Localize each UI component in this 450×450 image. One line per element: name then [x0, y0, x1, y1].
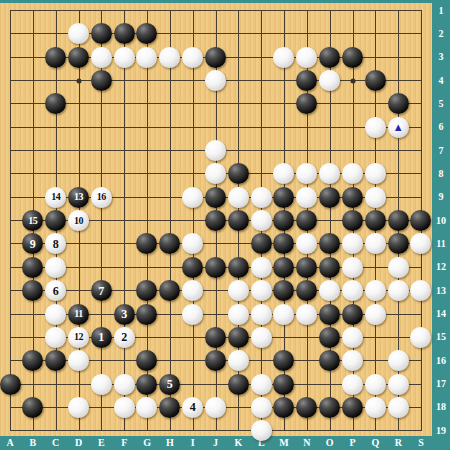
intersection-G18[interactable] [136, 396, 159, 419]
intersection-L1[interactable] [250, 0, 273, 22]
intersection-B2[interactable] [21, 22, 44, 45]
intersection-B18[interactable] [21, 396, 44, 419]
intersection-A1[interactable] [0, 0, 21, 22]
intersection-G5[interactable] [136, 92, 159, 115]
intersection-F9[interactable] [113, 186, 136, 209]
intersection-G6[interactable] [136, 116, 159, 139]
intersection-S18[interactable] [410, 396, 433, 419]
intersection-O13[interactable] [318, 279, 341, 302]
intersection-Q3[interactable] [364, 46, 387, 69]
intersection-I14[interactable] [181, 302, 204, 325]
intersection-I16[interactable] [181, 349, 204, 372]
intersection-O15[interactable] [318, 326, 341, 349]
intersection-K16[interactable] [227, 349, 250, 372]
intersection-P1[interactable] [341, 0, 364, 22]
intersection-E6[interactable] [90, 116, 113, 139]
intersection-E2[interactable] [90, 22, 113, 45]
intersection-E14[interactable] [90, 302, 113, 325]
intersection-N8[interactable] [295, 162, 318, 185]
intersection-R3[interactable] [387, 46, 410, 69]
intersection-L18[interactable] [250, 396, 273, 419]
intersection-B14[interactable] [21, 302, 44, 325]
intersection-N9[interactable] [295, 186, 318, 209]
intersection-F13[interactable] [113, 279, 136, 302]
intersection-S4[interactable] [410, 69, 433, 92]
intersection-C14[interactable] [44, 302, 67, 325]
intersection-L11[interactable] [250, 232, 273, 255]
intersection-E11[interactable] [90, 232, 113, 255]
intersection-E17[interactable] [90, 372, 113, 395]
intersection-E16[interactable] [90, 349, 113, 372]
intersection-N14[interactable] [295, 302, 318, 325]
intersection-F11[interactable] [113, 232, 136, 255]
intersection-Q12[interactable] [364, 256, 387, 279]
intersection-F17[interactable] [113, 372, 136, 395]
intersection-A8[interactable] [0, 162, 21, 185]
intersection-E10[interactable] [90, 209, 113, 232]
intersection-D4[interactable] [67, 69, 90, 92]
intersection-H17[interactable]: 5 [158, 372, 181, 395]
intersection-D9[interactable]: 13 [67, 186, 90, 209]
intersection-O3[interactable] [318, 46, 341, 69]
intersection-J5[interactable] [204, 92, 227, 115]
intersection-K14[interactable] [227, 302, 250, 325]
intersection-K10[interactable] [227, 209, 250, 232]
intersection-N10[interactable] [295, 209, 318, 232]
intersection-R2[interactable] [387, 22, 410, 45]
intersection-S1[interactable] [410, 0, 433, 22]
intersection-O10[interactable] [318, 209, 341, 232]
intersection-A16[interactable] [0, 349, 21, 372]
intersection-Q1[interactable] [364, 0, 387, 22]
intersection-E7[interactable] [90, 139, 113, 162]
intersection-O5[interactable] [318, 92, 341, 115]
intersection-S7[interactable] [410, 139, 433, 162]
intersection-L6[interactable] [250, 116, 273, 139]
intersection-R10[interactable] [387, 209, 410, 232]
intersection-B15[interactable] [21, 326, 44, 349]
intersection-H13[interactable] [158, 279, 181, 302]
intersection-F14[interactable]: 3 [113, 302, 136, 325]
intersection-Q15[interactable] [364, 326, 387, 349]
intersection-D15[interactable]: 12 [67, 326, 90, 349]
intersection-G10[interactable] [136, 209, 159, 232]
intersection-G11[interactable] [136, 232, 159, 255]
intersection-O12[interactable] [318, 256, 341, 279]
intersection-M1[interactable] [273, 0, 296, 22]
intersection-M11[interactable] [273, 232, 296, 255]
intersection-G17[interactable] [136, 372, 159, 395]
intersection-Q11[interactable] [364, 232, 387, 255]
intersection-P18[interactable] [341, 396, 364, 419]
intersection-S15[interactable] [410, 326, 433, 349]
intersection-D7[interactable] [67, 139, 90, 162]
intersection-L5[interactable] [250, 92, 273, 115]
intersection-F7[interactable] [113, 139, 136, 162]
intersection-M18[interactable] [273, 396, 296, 419]
intersection-K5[interactable] [227, 92, 250, 115]
intersection-Q10[interactable] [364, 209, 387, 232]
intersection-P5[interactable] [341, 92, 364, 115]
intersection-J1[interactable] [204, 0, 227, 22]
intersection-S12[interactable] [410, 256, 433, 279]
intersection-P13[interactable] [341, 279, 364, 302]
intersection-J18[interactable] [204, 396, 227, 419]
intersection-P14[interactable] [341, 302, 364, 325]
intersection-I2[interactable] [181, 22, 204, 45]
intersection-K4[interactable] [227, 69, 250, 92]
intersection-L10[interactable] [250, 209, 273, 232]
intersection-N2[interactable] [295, 22, 318, 45]
intersection-B6[interactable] [21, 116, 44, 139]
intersection-L12[interactable] [250, 256, 273, 279]
intersection-E12[interactable] [90, 256, 113, 279]
intersection-M9[interactable] [273, 186, 296, 209]
intersection-L13[interactable] [250, 279, 273, 302]
intersection-I3[interactable] [181, 46, 204, 69]
intersection-S6[interactable] [410, 116, 433, 139]
intersection-C11[interactable]: 8 [44, 232, 67, 255]
intersection-A7[interactable] [0, 139, 21, 162]
intersection-N5[interactable] [295, 92, 318, 115]
intersection-P9[interactable] [341, 186, 364, 209]
intersection-C17[interactable] [44, 372, 67, 395]
intersection-M3[interactable] [273, 46, 296, 69]
intersection-Q17[interactable] [364, 372, 387, 395]
intersection-G13[interactable] [136, 279, 159, 302]
intersection-P10[interactable] [341, 209, 364, 232]
intersection-M5[interactable] [273, 92, 296, 115]
intersection-P6[interactable] [341, 116, 364, 139]
intersection-H1[interactable] [158, 0, 181, 22]
intersection-F1[interactable] [113, 0, 136, 22]
intersection-A13[interactable] [0, 279, 21, 302]
intersection-L7[interactable] [250, 139, 273, 162]
intersection-N1[interactable] [295, 0, 318, 22]
intersection-D12[interactable] [67, 256, 90, 279]
intersection-J11[interactable] [204, 232, 227, 255]
intersection-B7[interactable] [21, 139, 44, 162]
intersection-J14[interactable] [204, 302, 227, 325]
intersection-E13[interactable]: 7 [90, 279, 113, 302]
intersection-Q5[interactable] [364, 92, 387, 115]
intersection-B3[interactable] [21, 46, 44, 69]
intersection-E15[interactable]: 1 [90, 326, 113, 349]
intersection-S13[interactable] [410, 279, 433, 302]
intersection-E4[interactable] [90, 69, 113, 92]
intersection-H3[interactable] [158, 46, 181, 69]
intersection-O2[interactable] [318, 22, 341, 45]
intersection-J3[interactable] [204, 46, 227, 69]
intersection-I7[interactable] [181, 139, 204, 162]
intersection-E9[interactable]: 16 [90, 186, 113, 209]
intersection-L3[interactable] [250, 46, 273, 69]
intersection-P7[interactable] [341, 139, 364, 162]
intersection-Q8[interactable] [364, 162, 387, 185]
intersection-N11[interactable] [295, 232, 318, 255]
intersection-P8[interactable] [341, 162, 364, 185]
intersection-O17[interactable] [318, 372, 341, 395]
intersection-S9[interactable] [410, 186, 433, 209]
intersection-M8[interactable] [273, 162, 296, 185]
intersection-S17[interactable] [410, 372, 433, 395]
intersection-S16[interactable] [410, 349, 433, 372]
intersection-I12[interactable] [181, 256, 204, 279]
intersection-C10[interactable] [44, 209, 67, 232]
intersection-S5[interactable] [410, 92, 433, 115]
intersection-G9[interactable] [136, 186, 159, 209]
intersection-J10[interactable] [204, 209, 227, 232]
intersection-F5[interactable] [113, 92, 136, 115]
intersection-G12[interactable] [136, 256, 159, 279]
intersection-M13[interactable] [273, 279, 296, 302]
intersection-D14[interactable]: 11 [67, 302, 90, 325]
intersection-M2[interactable] [273, 22, 296, 45]
intersection-R13[interactable] [387, 279, 410, 302]
intersection-N16[interactable] [295, 349, 318, 372]
intersection-E1[interactable] [90, 0, 113, 22]
intersection-G2[interactable] [136, 22, 159, 45]
intersection-R15[interactable] [387, 326, 410, 349]
intersection-H4[interactable] [158, 69, 181, 92]
intersection-I9[interactable] [181, 186, 204, 209]
intersection-D2[interactable] [67, 22, 90, 45]
intersection-R6[interactable]: ▲ [387, 116, 410, 139]
intersection-P2[interactable] [341, 22, 364, 45]
intersection-G16[interactable] [136, 349, 159, 372]
intersection-R9[interactable] [387, 186, 410, 209]
intersection-J2[interactable] [204, 22, 227, 45]
intersection-C4[interactable] [44, 69, 67, 92]
intersection-Q2[interactable] [364, 22, 387, 45]
intersection-C1[interactable] [44, 0, 67, 22]
intersection-B5[interactable] [21, 92, 44, 115]
intersection-Q7[interactable] [364, 139, 387, 162]
intersection-I5[interactable] [181, 92, 204, 115]
intersection-M12[interactable] [273, 256, 296, 279]
intersection-R17[interactable] [387, 372, 410, 395]
intersection-A6[interactable] [0, 116, 21, 139]
intersection-G14[interactable] [136, 302, 159, 325]
intersection-I13[interactable] [181, 279, 204, 302]
intersection-B9[interactable] [21, 186, 44, 209]
intersection-B13[interactable] [21, 279, 44, 302]
intersection-Q13[interactable] [364, 279, 387, 302]
intersection-A3[interactable] [0, 46, 21, 69]
intersection-M16[interactable] [273, 349, 296, 372]
intersection-C16[interactable] [44, 349, 67, 372]
intersection-R16[interactable] [387, 349, 410, 372]
intersection-R12[interactable] [387, 256, 410, 279]
intersection-I6[interactable] [181, 116, 204, 139]
intersection-R4[interactable] [387, 69, 410, 92]
intersection-L2[interactable] [250, 22, 273, 45]
intersection-O4[interactable] [318, 69, 341, 92]
intersection-J16[interactable] [204, 349, 227, 372]
intersection-A17[interactable] [0, 372, 21, 395]
intersection-Q4[interactable] [364, 69, 387, 92]
intersection-C13[interactable]: 6 [44, 279, 67, 302]
intersection-F6[interactable] [113, 116, 136, 139]
intersection-D5[interactable] [67, 92, 90, 115]
intersection-S3[interactable] [410, 46, 433, 69]
intersection-D13[interactable] [67, 279, 90, 302]
intersection-S11[interactable] [410, 232, 433, 255]
intersection-C18[interactable] [44, 396, 67, 419]
intersection-J12[interactable] [204, 256, 227, 279]
intersection-O18[interactable] [318, 396, 341, 419]
intersection-H18[interactable] [158, 396, 181, 419]
intersection-L9[interactable] [250, 186, 273, 209]
intersection-H8[interactable] [158, 162, 181, 185]
intersection-C8[interactable] [44, 162, 67, 185]
intersection-N13[interactable] [295, 279, 318, 302]
intersection-Q6[interactable] [364, 116, 387, 139]
intersection-K6[interactable] [227, 116, 250, 139]
intersection-P16[interactable] [341, 349, 364, 372]
intersection-S10[interactable] [410, 209, 433, 232]
intersection-I11[interactable] [181, 232, 204, 255]
intersection-M6[interactable] [273, 116, 296, 139]
intersection-K9[interactable] [227, 186, 250, 209]
intersection-Q9[interactable] [364, 186, 387, 209]
intersection-I8[interactable] [181, 162, 204, 185]
intersection-A12[interactable] [0, 256, 21, 279]
intersection-K17[interactable] [227, 372, 250, 395]
intersection-F10[interactable] [113, 209, 136, 232]
intersection-O16[interactable] [318, 349, 341, 372]
intersection-C6[interactable] [44, 116, 67, 139]
intersection-Q16[interactable] [364, 349, 387, 372]
intersection-K2[interactable] [227, 22, 250, 45]
intersection-R7[interactable] [387, 139, 410, 162]
intersection-R14[interactable] [387, 302, 410, 325]
intersection-J8[interactable] [204, 162, 227, 185]
intersection-G7[interactable] [136, 139, 159, 162]
intersection-O14[interactable] [318, 302, 341, 325]
intersection-D6[interactable] [67, 116, 90, 139]
intersection-P11[interactable] [341, 232, 364, 255]
intersection-A15[interactable] [0, 326, 21, 349]
intersection-H9[interactable] [158, 186, 181, 209]
intersection-P15[interactable] [341, 326, 364, 349]
intersection-R11[interactable] [387, 232, 410, 255]
intersection-B10[interactable]: 15 [21, 209, 44, 232]
intersection-F8[interactable] [113, 162, 136, 185]
intersection-L14[interactable] [250, 302, 273, 325]
intersection-K13[interactable] [227, 279, 250, 302]
intersection-B17[interactable] [21, 372, 44, 395]
intersection-B16[interactable] [21, 349, 44, 372]
intersection-R8[interactable] [387, 162, 410, 185]
intersection-S8[interactable] [410, 162, 433, 185]
intersection-C3[interactable] [44, 46, 67, 69]
intersection-O6[interactable] [318, 116, 341, 139]
intersection-L4[interactable] [250, 69, 273, 92]
intersection-L17[interactable] [250, 372, 273, 395]
intersection-K11[interactable] [227, 232, 250, 255]
intersection-D1[interactable] [67, 0, 90, 22]
intersection-F12[interactable] [113, 256, 136, 279]
intersection-S2[interactable] [410, 22, 433, 45]
intersection-I10[interactable] [181, 209, 204, 232]
intersection-B12[interactable] [21, 256, 44, 279]
intersection-H11[interactable] [158, 232, 181, 255]
intersection-P4[interactable] [341, 69, 364, 92]
intersection-L8[interactable] [250, 162, 273, 185]
intersection-E8[interactable] [90, 162, 113, 185]
intersection-P17[interactable] [341, 372, 364, 395]
intersection-B1[interactable] [21, 0, 44, 22]
intersection-P3[interactable] [341, 46, 364, 69]
intersection-H16[interactable] [158, 349, 181, 372]
intersection-M17[interactable] [273, 372, 296, 395]
intersection-E18[interactable] [90, 396, 113, 419]
intersection-O9[interactable] [318, 186, 341, 209]
intersection-A11[interactable] [0, 232, 21, 255]
intersection-N7[interactable] [295, 139, 318, 162]
intersection-K15[interactable] [227, 326, 250, 349]
intersection-M7[interactable] [273, 139, 296, 162]
intersection-D16[interactable] [67, 349, 90, 372]
intersection-H5[interactable] [158, 92, 181, 115]
intersection-G4[interactable] [136, 69, 159, 92]
intersection-E3[interactable] [90, 46, 113, 69]
intersection-O11[interactable] [318, 232, 341, 255]
intersection-H12[interactable] [158, 256, 181, 279]
intersection-I17[interactable] [181, 372, 204, 395]
intersection-C15[interactable] [44, 326, 67, 349]
intersection-J7[interactable] [204, 139, 227, 162]
intersection-E5[interactable] [90, 92, 113, 115]
intersection-C2[interactable] [44, 22, 67, 45]
intersection-N6[interactable] [295, 116, 318, 139]
intersection-N17[interactable] [295, 372, 318, 395]
intersection-F2[interactable] [113, 22, 136, 45]
intersection-P12[interactable] [341, 256, 364, 279]
intersection-J4[interactable] [204, 69, 227, 92]
intersection-B4[interactable] [21, 69, 44, 92]
intersection-A10[interactable] [0, 209, 21, 232]
intersection-N18[interactable] [295, 396, 318, 419]
intersection-H7[interactable] [158, 139, 181, 162]
intersection-L15[interactable] [250, 326, 273, 349]
intersection-I18[interactable]: 4 [181, 396, 204, 419]
intersection-F18[interactable] [113, 396, 136, 419]
intersection-A4[interactable] [0, 69, 21, 92]
intersection-O8[interactable] [318, 162, 341, 185]
intersection-B11[interactable]: 9 [21, 232, 44, 255]
intersection-N4[interactable] [295, 69, 318, 92]
intersection-M10[interactable] [273, 209, 296, 232]
intersection-A9[interactable] [0, 186, 21, 209]
intersection-K18[interactable] [227, 396, 250, 419]
intersection-N12[interactable] [295, 256, 318, 279]
intersection-D11[interactable] [67, 232, 90, 255]
intersection-D3[interactable] [67, 46, 90, 69]
intersection-K1[interactable] [227, 0, 250, 22]
intersection-H10[interactable] [158, 209, 181, 232]
intersection-I1[interactable] [181, 0, 204, 22]
intersection-H14[interactable] [158, 302, 181, 325]
intersection-S14[interactable] [410, 302, 433, 325]
intersection-Q18[interactable] [364, 396, 387, 419]
intersection-K12[interactable] [227, 256, 250, 279]
intersection-I15[interactable] [181, 326, 204, 349]
intersection-B8[interactable] [21, 162, 44, 185]
intersection-L16[interactable] [250, 349, 273, 372]
intersection-J15[interactable] [204, 326, 227, 349]
